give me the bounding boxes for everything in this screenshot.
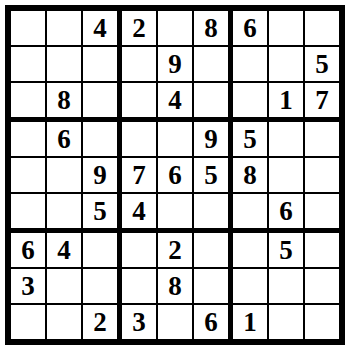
cell-r9c2-empty[interactable] (47, 305, 83, 339)
cell-r2c9-given: 5 (305, 47, 339, 83)
cell-r7c1-given: 6 (11, 233, 47, 269)
cell-r3c8-given: 1 (269, 83, 305, 122)
cell-r5c8-empty[interactable] (269, 158, 305, 194)
cell-r3c3-empty[interactable] (83, 83, 122, 122)
cell-r4c6-given: 9 (194, 122, 233, 158)
cell-r8c8-empty[interactable] (269, 269, 305, 305)
cell-r5c3-given: 9 (83, 158, 122, 194)
cell-r8c4-empty[interactable] (122, 269, 158, 305)
cell-r7c7-empty[interactable] (233, 233, 269, 269)
cell-r4c8-empty[interactable] (269, 122, 305, 158)
cell-r8c9-empty[interactable] (305, 269, 339, 305)
cell-r9c5-empty[interactable] (158, 305, 194, 339)
cell-r6c8-given: 6 (269, 194, 305, 233)
cell-r2c6-empty[interactable] (194, 47, 233, 83)
cell-r6c3-given: 5 (83, 194, 122, 233)
cell-r9c9-empty[interactable] (305, 305, 339, 339)
cell-r8c3-empty[interactable] (83, 269, 122, 305)
cell-r5c5-given: 6 (158, 158, 194, 194)
cell-r1c1-empty[interactable] (11, 11, 47, 47)
cell-r4c5-empty[interactable] (158, 122, 194, 158)
cell-r6c1-empty[interactable] (11, 194, 47, 233)
cell-r5c9-empty[interactable] (305, 158, 339, 194)
cell-r5c6-given: 5 (194, 158, 233, 194)
cell-r9c8-empty[interactable] (269, 305, 305, 339)
cell-r4c1-empty[interactable] (11, 122, 47, 158)
cell-r6c7-empty[interactable] (233, 194, 269, 233)
cell-r6c2-empty[interactable] (47, 194, 83, 233)
cell-r9c7-given: 1 (233, 305, 269, 339)
cell-r6c4-given: 4 (122, 194, 158, 233)
cell-r7c6-empty[interactable] (194, 233, 233, 269)
cell-r4c2-given: 6 (47, 122, 83, 158)
cell-r1c3-given: 4 (83, 11, 122, 47)
cell-r6c9-empty[interactable] (305, 194, 339, 233)
cell-r2c2-empty[interactable] (47, 47, 83, 83)
cell-r2c4-empty[interactable] (122, 47, 158, 83)
cell-r4c7-given: 5 (233, 122, 269, 158)
cell-r1c8-empty[interactable] (269, 11, 305, 47)
cell-r8c5-given: 8 (158, 269, 194, 305)
cell-r1c7-given: 6 (233, 11, 269, 47)
cell-r1c2-empty[interactable] (47, 11, 83, 47)
cell-r5c4-given: 7 (122, 158, 158, 194)
cell-r9c3-given: 2 (83, 305, 122, 339)
cell-r7c5-given: 2 (158, 233, 194, 269)
cell-r3c2-given: 8 (47, 83, 83, 122)
cell-r2c3-empty[interactable] (83, 47, 122, 83)
cell-r3c7-empty[interactable] (233, 83, 269, 122)
cell-r2c5-given: 9 (158, 47, 194, 83)
cell-r3c6-empty[interactable] (194, 83, 233, 122)
cell-r9c6-given: 6 (194, 305, 233, 339)
cell-r5c1-empty[interactable] (11, 158, 47, 194)
cell-r4c4-empty[interactable] (122, 122, 158, 158)
cell-r3c4-empty[interactable] (122, 83, 158, 122)
cell-r6c6-empty[interactable] (194, 194, 233, 233)
cell-r3c9-given: 7 (305, 83, 339, 122)
cell-r2c1-empty[interactable] (11, 47, 47, 83)
cell-r7c3-empty[interactable] (83, 233, 122, 269)
cell-r1c5-empty[interactable] (158, 11, 194, 47)
cell-r9c4-given: 3 (122, 305, 158, 339)
cell-r7c4-empty[interactable] (122, 233, 158, 269)
cell-r4c9-empty[interactable] (305, 122, 339, 158)
cell-r4c3-empty[interactable] (83, 122, 122, 158)
cell-r2c8-empty[interactable] (269, 47, 305, 83)
cell-r2c7-empty[interactable] (233, 47, 269, 83)
cell-r1c9-empty[interactable] (305, 11, 339, 47)
cell-r6c5-empty[interactable] (158, 194, 194, 233)
cell-r1c4-given: 2 (122, 11, 158, 47)
cell-r8c2-empty[interactable] (47, 269, 83, 305)
cell-r5c7-given: 8 (233, 158, 269, 194)
cell-r1c6-given: 8 (194, 11, 233, 47)
cell-r5c2-empty[interactable] (47, 158, 83, 194)
cell-r8c1-given: 3 (11, 269, 47, 305)
cell-r7c2-given: 4 (47, 233, 83, 269)
cell-r8c7-empty[interactable] (233, 269, 269, 305)
sudoku-board: 4286958417695976585466425382361 (5, 5, 345, 345)
cell-r3c5-given: 4 (158, 83, 194, 122)
cell-r3c1-empty[interactable] (11, 83, 47, 122)
cell-r8c6-empty[interactable] (194, 269, 233, 305)
cell-r9c1-empty[interactable] (11, 305, 47, 339)
cell-r7c8-given: 5 (269, 233, 305, 269)
cell-r7c9-empty[interactable] (305, 233, 339, 269)
